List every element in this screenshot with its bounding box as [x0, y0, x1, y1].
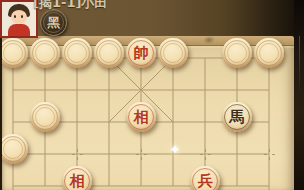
side-badge-black: 黑: [40, 9, 67, 36]
point-marker: [200, 149, 211, 160]
hidden-piece[interactable]: [222, 38, 252, 68]
hidden-piece[interactable]: [0, 38, 28, 68]
player-name: [揭1-1]小田: [33, 0, 107, 12]
game-screen: 帥相馬相兵 ✦ 黑 [揭1-1]小田: [0, 0, 304, 190]
point-marker: [136, 149, 147, 160]
piece-glyph: 兵: [198, 174, 213, 189]
piece-layer: 帥相馬相兵: [0, 42, 285, 190]
point-marker: [264, 149, 275, 160]
hidden-piece[interactable]: [0, 134, 28, 164]
piece-glyph: 馬: [230, 110, 245, 125]
piece-glyph: 相: [134, 110, 149, 125]
black-horse-piece[interactable]: 馬: [222, 102, 252, 132]
point-marker: [72, 149, 83, 160]
board-left-edge: [0, 36, 2, 190]
side-badge-label: 黑: [47, 14, 60, 32]
hidden-piece[interactable]: [30, 38, 60, 68]
avatar-eye: [14, 15, 16, 18]
avatar-eye: [21, 15, 23, 18]
piece-glyph: 帥: [134, 46, 149, 61]
hidden-piece[interactable]: [30, 102, 60, 132]
background-right-streak: [299, 36, 300, 96]
red-elephant-piece[interactable]: 相: [126, 102, 156, 132]
hidden-piece[interactable]: [62, 38, 92, 68]
red-elephant-piece[interactable]: 相: [62, 166, 92, 190]
hidden-piece[interactable]: [94, 38, 124, 68]
piece-glyph: 相: [70, 174, 85, 189]
hidden-piece[interactable]: [254, 38, 284, 68]
red-soldier-piece[interactable]: 兵: [190, 166, 220, 190]
xiangqi-board[interactable]: 帥相馬相兵 ✦: [2, 36, 294, 190]
red-general-piece[interactable]: 帥: [126, 38, 156, 68]
avatar-shirt: [8, 24, 30, 38]
hidden-piece[interactable]: [158, 38, 188, 68]
board-edge-mark: [203, 35, 216, 45]
